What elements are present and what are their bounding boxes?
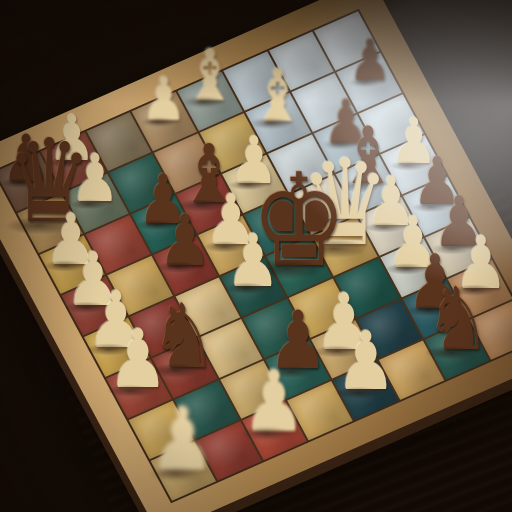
table-surface: ♟♟♟♝♛♟♝♟♟♟♝♟♟♟♟♟♝♟♟♟♚♛♟♟♟♞♟♟♟♟♟♟♟♟♟♞: [0, 0, 512, 512]
piece-dark-pawn-h7[interactable]: ♟: [348, 32, 391, 89]
piece-light-pawn-d8[interactable]: ♟: [141, 69, 186, 129]
piece-dark-knight-g1[interactable]: ♞: [425, 276, 491, 363]
piece-light-bishop-e8[interactable]: ♝: [183, 40, 236, 111]
piece-light-pawn-d4[interactable]: ♟: [226, 224, 281, 297]
piece-dark-pawn-c5[interactable]: ♟: [158, 205, 211, 276]
piece-light-pawn-e1[interactable]: ♟: [336, 322, 397, 403]
piece-light-pawn-a1[interactable]: ♟: [150, 396, 216, 484]
piece-light-pawn-c1[interactable]: ♟: [242, 359, 306, 444]
piece-light-bishop-f7[interactable]: ♝: [250, 59, 305, 132]
